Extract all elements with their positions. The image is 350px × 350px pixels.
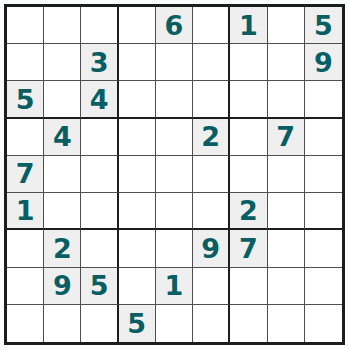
cell-r9c5[interactable] [156, 305, 193, 342]
cell-r2c9[interactable]: 9 [305, 44, 342, 81]
cell-r8c3[interactable]: 5 [81, 268, 118, 305]
cell-r7c9[interactable] [305, 230, 342, 267]
cell-r6c6[interactable] [193, 193, 230, 230]
cell-r2c1[interactable] [7, 44, 44, 81]
cell-r7c3[interactable] [81, 230, 118, 267]
cell-r9c3[interactable] [81, 305, 118, 342]
cell-r3c3[interactable]: 4 [81, 81, 118, 118]
cell-r8c4[interactable] [119, 268, 156, 305]
cell-r9c4[interactable]: 5 [119, 305, 156, 342]
cell-r4c1[interactable] [7, 119, 44, 156]
cell-r5c6[interactable] [193, 156, 230, 193]
cell-r1c7[interactable]: 1 [230, 7, 267, 44]
cell-r8c7[interactable] [230, 268, 267, 305]
cell-r9c8[interactable] [268, 305, 305, 342]
sudoku-page: 61539544277122979515 [0, 0, 350, 350]
cell-r1c6[interactable] [193, 7, 230, 44]
cell-r5c9[interactable] [305, 156, 342, 193]
cell-r1c9[interactable]: 5 [305, 7, 342, 44]
cell-r4c2[interactable]: 4 [44, 119, 81, 156]
cell-r1c5[interactable]: 6 [156, 7, 193, 44]
cell-r1c3[interactable] [81, 7, 118, 44]
cell-r8c8[interactable] [268, 268, 305, 305]
cell-r6c9[interactable] [305, 193, 342, 230]
cell-r1c4[interactable] [119, 7, 156, 44]
cell-r5c4[interactable] [119, 156, 156, 193]
cell-r4c8[interactable]: 7 [268, 119, 305, 156]
cell-r1c2[interactable] [44, 7, 81, 44]
cell-r6c3[interactable] [81, 193, 118, 230]
cell-r4c5[interactable] [156, 119, 193, 156]
cell-r9c1[interactable] [7, 305, 44, 342]
cell-r1c1[interactable] [7, 7, 44, 44]
cell-r6c4[interactable] [119, 193, 156, 230]
cell-r6c7[interactable]: 2 [230, 193, 267, 230]
cell-r2c2[interactable] [44, 44, 81, 81]
cell-r7c6[interactable]: 9 [193, 230, 230, 267]
cell-r5c7[interactable] [230, 156, 267, 193]
cell-r8c2[interactable]: 9 [44, 268, 81, 305]
cell-r3c6[interactable] [193, 81, 230, 118]
cell-r5c1[interactable]: 7 [7, 156, 44, 193]
cell-r7c7[interactable]: 7 [230, 230, 267, 267]
cell-r9c9[interactable] [305, 305, 342, 342]
cell-r3c8[interactable] [268, 81, 305, 118]
cell-r3c2[interactable] [44, 81, 81, 118]
cell-r6c8[interactable] [268, 193, 305, 230]
cell-r4c4[interactable] [119, 119, 156, 156]
cell-r7c8[interactable] [268, 230, 305, 267]
cell-r2c3[interactable]: 3 [81, 44, 118, 81]
cell-r2c5[interactable] [156, 44, 193, 81]
cell-r4c9[interactable] [305, 119, 342, 156]
cell-r5c2[interactable] [44, 156, 81, 193]
cell-r8c6[interactable] [193, 268, 230, 305]
cell-r7c5[interactable] [156, 230, 193, 267]
cell-r1c8[interactable] [268, 7, 305, 44]
cell-r8c5[interactable]: 1 [156, 268, 193, 305]
cell-r3c9[interactable] [305, 81, 342, 118]
cell-r9c6[interactable] [193, 305, 230, 342]
cell-r3c7[interactable] [230, 81, 267, 118]
cell-r8c9[interactable] [305, 268, 342, 305]
cell-r2c8[interactable] [268, 44, 305, 81]
cell-r7c1[interactable] [7, 230, 44, 267]
cell-r5c3[interactable] [81, 156, 118, 193]
cell-r4c3[interactable] [81, 119, 118, 156]
cell-r2c4[interactable] [119, 44, 156, 81]
cell-r8c1[interactable] [7, 268, 44, 305]
cell-r3c4[interactable] [119, 81, 156, 118]
cell-r3c5[interactable] [156, 81, 193, 118]
cell-r7c4[interactable] [119, 230, 156, 267]
cell-r5c5[interactable] [156, 156, 193, 193]
sudoku-board: 61539544277122979515 [4, 4, 345, 345]
cell-r4c7[interactable] [230, 119, 267, 156]
cell-r2c6[interactable] [193, 44, 230, 81]
cell-r6c1[interactable]: 1 [7, 193, 44, 230]
cell-r5c8[interactable] [268, 156, 305, 193]
cell-r7c2[interactable]: 2 [44, 230, 81, 267]
cell-r2c7[interactable] [230, 44, 267, 81]
cell-r9c7[interactable] [230, 305, 267, 342]
cell-r9c2[interactable] [44, 305, 81, 342]
cell-r6c5[interactable] [156, 193, 193, 230]
cell-r4c6[interactable]: 2 [193, 119, 230, 156]
cell-r6c2[interactable] [44, 193, 81, 230]
cell-r3c1[interactable]: 5 [7, 81, 44, 118]
